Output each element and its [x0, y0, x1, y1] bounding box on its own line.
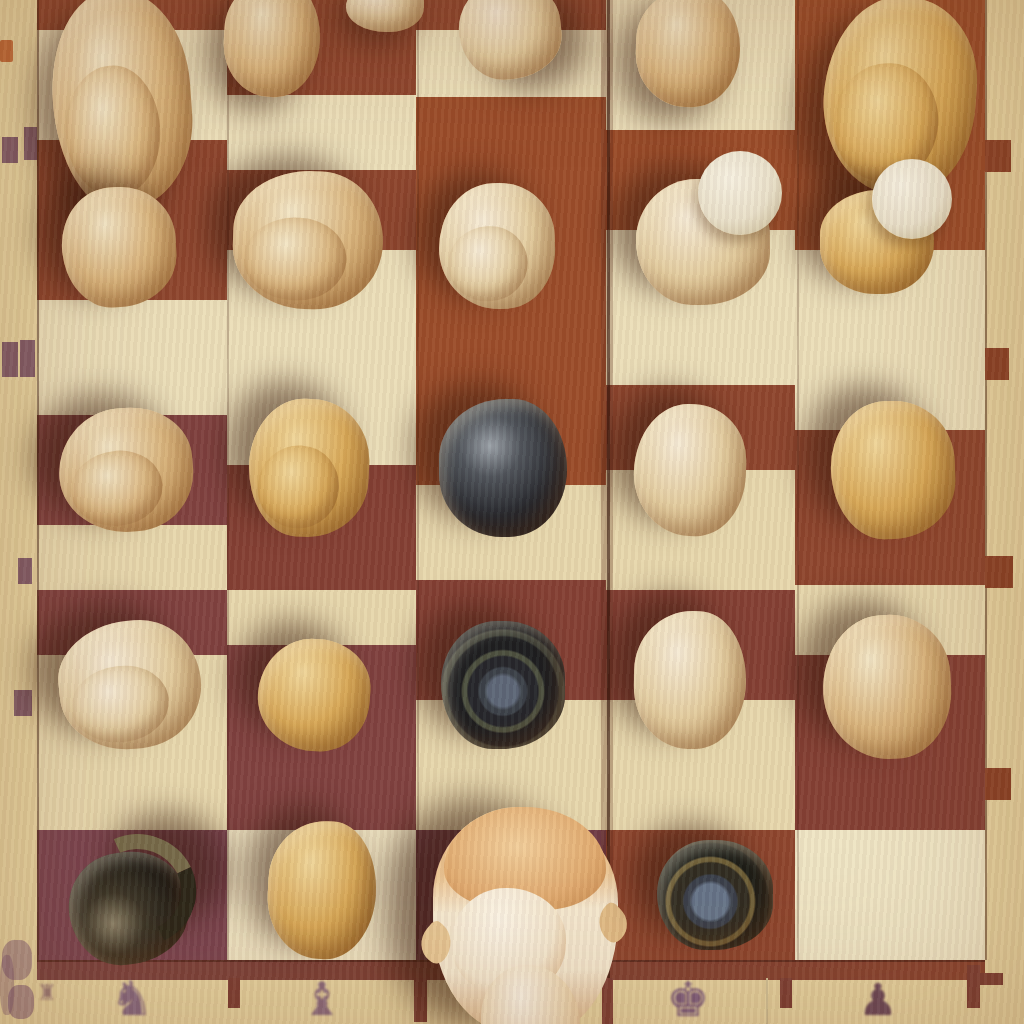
border-crease	[766, 978, 768, 1024]
piece-body	[633, 610, 747, 750]
printed-bishop-symbol-icon: ♝	[301, 976, 342, 1022]
piece-white-pawn	[819, 612, 954, 763]
piece-black-pawn	[439, 399, 567, 537]
piece-white-pawn	[53, 614, 208, 756]
border-tick-mark	[18, 558, 32, 584]
piece-black-pawn	[441, 621, 565, 749]
printed-rook-symbol-icon: ♜	[37, 982, 57, 1004]
border-tick-mark	[24, 127, 37, 160]
border-gridline-stub	[228, 978, 240, 1008]
piece-body	[59, 184, 179, 310]
piece-white-pawn	[46, 0, 199, 214]
piece-white-pawn	[633, 610, 747, 750]
piece-white-pawn	[264, 818, 379, 961]
piece-black-rook	[657, 840, 773, 950]
border-corner-stain	[0, 955, 14, 1015]
border-orange-mark	[0, 40, 13, 62]
border-notch-tab	[985, 768, 1011, 800]
board-square	[795, 830, 985, 960]
border-notch-tab	[985, 348, 1009, 380]
border-tick-mark	[14, 690, 32, 716]
piece-body	[441, 621, 565, 749]
piece-white-pawn	[346, 0, 424, 32]
piece-white-pawn	[820, 190, 934, 294]
piece-ball-finial	[698, 151, 782, 235]
piece-white-pawn	[59, 184, 179, 310]
border-corner-stub	[967, 965, 980, 1008]
board-square	[227, 95, 417, 170]
piece-body	[264, 818, 379, 961]
piece-white-pawn	[254, 635, 374, 755]
piece-body	[819, 612, 954, 763]
border-tick-mark	[2, 342, 18, 377]
piece-body	[221, 0, 323, 99]
piece-white-pawn	[221, 0, 323, 99]
piece-white-pawn	[829, 399, 958, 541]
printed-knight-symbol-icon: ♞	[110, 974, 153, 1022]
board-left-edge	[37, 0, 39, 960]
piece-ball-finial	[872, 159, 952, 239]
board-square	[37, 300, 227, 415]
border-corner-mark	[980, 973, 1003, 985]
border-notch-tab	[985, 556, 1013, 588]
piece-white-pawn	[454, 0, 566, 84]
border-gridline-stub	[414, 978, 427, 1022]
piece-white-pawn	[54, 402, 198, 537]
piece-body	[346, 0, 424, 32]
border-tick-mark	[2, 137, 18, 163]
piece-body	[657, 840, 773, 950]
piece-white-pawn	[636, 179, 770, 305]
piece-body	[632, 402, 749, 538]
piece-black-knight	[62, 844, 194, 971]
piece-body	[634, 0, 742, 109]
square-grid-line	[797, 0, 799, 960]
border-tick-mark	[20, 340, 35, 377]
piece-white-pawn	[632, 402, 749, 538]
piece-body	[829, 399, 958, 541]
piece-white-king	[433, 807, 618, 1024]
border-notch-tab	[985, 140, 1011, 172]
printed-king-symbol-icon: ♚	[666, 975, 709, 1023]
chessboard-photo: ♞♝♛♚♟♜	[0, 0, 1024, 1024]
square-grid-line	[227, 0, 229, 960]
piece-white-pawn	[245, 396, 372, 540]
piece-white-pawn	[634, 0, 742, 109]
border-gridline-stub	[780, 978, 792, 1008]
square-grid-line	[417, 0, 419, 960]
piece-body	[439, 399, 567, 537]
piece-body	[454, 0, 566, 84]
piece-white-pawn	[231, 168, 386, 311]
printed-pawn-symbol-icon: ♟	[858, 978, 897, 1022]
piece-white-pawn	[437, 181, 557, 311]
piece-body	[254, 635, 374, 755]
board-square	[227, 590, 417, 645]
